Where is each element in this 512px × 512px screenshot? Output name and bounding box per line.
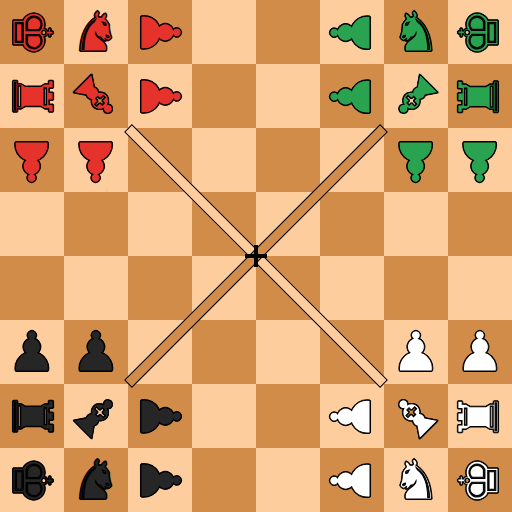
square-c2[interactable]: ♟ [128, 384, 192, 448]
square-f6[interactable] [320, 128, 384, 192]
square-d8[interactable] [192, 0, 256, 64]
green-pawn[interactable]: ♟ [391, 133, 440, 188]
white-rook[interactable]: ♜ [453, 391, 508, 440]
square-f1[interactable]: ♟ [320, 448, 384, 512]
red-pawn[interactable]: ♟ [133, 71, 188, 120]
square-b1[interactable]: ♞ [64, 448, 128, 512]
red-pawn[interactable]: ♟ [7, 133, 56, 188]
square-g8[interactable]: ♞ [384, 0, 448, 64]
square-f2[interactable]: ♟ [320, 384, 384, 448]
square-b2[interactable]: ♝ [64, 384, 128, 448]
white-knight[interactable]: ♞ [391, 453, 440, 508]
red-pawn[interactable]: ♟ [133, 7, 188, 56]
black-knight[interactable]: ♞ [71, 453, 120, 508]
square-e4[interactable] [256, 256, 320, 320]
white-pawn[interactable]: ♟ [391, 325, 440, 380]
square-d6[interactable] [192, 128, 256, 192]
square-h7[interactable]: ♜ [448, 64, 512, 128]
square-g7[interactable]: ♝ [384, 64, 448, 128]
black-rook[interactable]: ♜ [5, 391, 60, 440]
board: ♚♞♟♟♞♚♜♝♟♟♝♜♟♟♟♟♟♟♟♟♜♝♟♟♝♜♚♞♟♟♞♚ [0, 0, 512, 512]
square-c6[interactable] [128, 128, 192, 192]
green-pawn[interactable]: ♟ [455, 133, 504, 188]
white-pawn[interactable]: ♟ [455, 325, 504, 380]
square-e7[interactable] [256, 64, 320, 128]
white-pawn[interactable]: ♟ [325, 391, 380, 440]
black-pawn[interactable]: ♟ [7, 325, 56, 380]
square-d3[interactable] [192, 320, 256, 384]
square-d2[interactable] [192, 384, 256, 448]
square-b3[interactable]: ♟ [64, 320, 128, 384]
square-c5[interactable] [128, 192, 192, 256]
square-g6[interactable]: ♟ [384, 128, 448, 192]
square-a4[interactable] [0, 256, 64, 320]
square-f8[interactable]: ♟ [320, 0, 384, 64]
square-d4[interactable] [192, 256, 256, 320]
square-h1[interactable]: ♚ [448, 448, 512, 512]
green-knight[interactable]: ♞ [391, 5, 440, 60]
red-knight[interactable]: ♞ [71, 5, 120, 60]
square-d7[interactable] [192, 64, 256, 128]
square-h2[interactable]: ♜ [448, 384, 512, 448]
square-e6[interactable] [256, 128, 320, 192]
square-a7[interactable]: ♜ [0, 64, 64, 128]
white-bishop[interactable]: ♝ [379, 379, 453, 453]
square-e1[interactable] [256, 448, 320, 512]
square-a5[interactable] [0, 192, 64, 256]
red-king[interactable]: ♚ [5, 7, 60, 56]
square-g2[interactable]: ♝ [384, 384, 448, 448]
square-h4[interactable] [448, 256, 512, 320]
green-bishop[interactable]: ♝ [379, 59, 453, 133]
square-c7[interactable]: ♟ [128, 64, 192, 128]
square-a6[interactable]: ♟ [0, 128, 64, 192]
square-e8[interactable] [256, 0, 320, 64]
green-rook[interactable]: ♜ [453, 71, 508, 120]
square-g5[interactable] [384, 192, 448, 256]
square-d1[interactable] [192, 448, 256, 512]
green-pawn[interactable]: ♟ [325, 7, 380, 56]
black-king[interactable]: ♚ [5, 455, 60, 504]
white-king[interactable]: ♚ [453, 455, 508, 504]
square-b6[interactable]: ♟ [64, 128, 128, 192]
square-h8[interactable]: ♚ [448, 0, 512, 64]
white-pawn[interactable]: ♟ [325, 455, 380, 504]
square-a2[interactable]: ♜ [0, 384, 64, 448]
square-b5[interactable] [64, 192, 128, 256]
square-g1[interactable]: ♞ [384, 448, 448, 512]
square-a1[interactable]: ♚ [0, 448, 64, 512]
square-d5[interactable] [192, 192, 256, 256]
square-a8[interactable]: ♚ [0, 0, 64, 64]
square-h6[interactable]: ♟ [448, 128, 512, 192]
square-c3[interactable] [128, 320, 192, 384]
square-b7[interactable]: ♝ [64, 64, 128, 128]
square-c4[interactable] [128, 256, 192, 320]
black-bishop[interactable]: ♝ [59, 379, 133, 453]
red-pawn[interactable]: ♟ [71, 133, 120, 188]
square-g3[interactable]: ♟ [384, 320, 448, 384]
square-e2[interactable] [256, 384, 320, 448]
green-pawn[interactable]: ♟ [325, 71, 380, 120]
square-c8[interactable]: ♟ [128, 0, 192, 64]
square-g4[interactable] [384, 256, 448, 320]
red-rook[interactable]: ♜ [5, 71, 60, 120]
black-pawn[interactable]: ♟ [71, 325, 120, 380]
square-f5[interactable] [320, 192, 384, 256]
square-h5[interactable] [448, 192, 512, 256]
square-h3[interactable]: ♟ [448, 320, 512, 384]
square-e3[interactable] [256, 320, 320, 384]
square-f7[interactable]: ♟ [320, 64, 384, 128]
red-bishop[interactable]: ♝ [59, 59, 133, 133]
black-pawn[interactable]: ♟ [133, 391, 188, 440]
square-e5[interactable] [256, 192, 320, 256]
square-b4[interactable] [64, 256, 128, 320]
square-c1[interactable]: ♟ [128, 448, 192, 512]
square-a3[interactable]: ♟ [0, 320, 64, 384]
green-king[interactable]: ♚ [453, 7, 508, 56]
black-pawn[interactable]: ♟ [133, 455, 188, 504]
square-b8[interactable]: ♞ [64, 0, 128, 64]
square-f3[interactable] [320, 320, 384, 384]
square-f4[interactable] [320, 256, 384, 320]
